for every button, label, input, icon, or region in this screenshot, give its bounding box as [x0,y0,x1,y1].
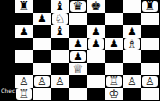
black-pawn: ♟ [19,26,28,37]
square-g8[interactable] [123,0,141,13]
square-h8[interactable]: ♜ [141,0,159,13]
black-pawn: ♟ [73,51,82,62]
square-d6[interactable] [69,25,87,38]
square-c8[interactable]: ♝ [51,0,69,13]
square-c2[interactable]: ♙ [51,75,69,88]
black-king: ♚ [91,0,102,12]
square-a5[interactable] [15,38,33,51]
black-pawn: ♟ [127,26,136,37]
square-c1[interactable] [51,88,69,101]
square-d2[interactable] [69,75,87,88]
chess-program-screen: ♜♝♛♚♜♟♘♟♝♟♟♟♟♟♗♟♕♙♙♙♖♙♙♖♔ Check [0,0,160,100]
square-d1[interactable] [69,88,87,101]
white-pawn: ♙ [37,76,46,87]
square-d4[interactable]: ♟ [69,50,87,63]
square-g2[interactable]: ♙ [123,75,141,88]
square-h5[interactable] [141,38,159,51]
white-pawn: ♙ [19,76,28,87]
square-f3[interactable] [105,63,123,76]
square-e4[interactable] [87,50,105,63]
square-b7[interactable]: ♟ [33,13,51,26]
square-b5[interactable] [33,38,51,51]
square-f8[interactable] [105,0,123,13]
square-h1[interactable] [141,88,159,101]
black-pawn: ♟ [91,26,100,37]
square-g4[interactable] [123,50,141,63]
square-b3[interactable] [33,63,51,76]
square-c5[interactable] [51,38,69,51]
status-margin [0,0,15,100]
white-bishop: ♗ [127,38,138,50]
square-b1[interactable] [33,88,51,101]
square-f7[interactable] [105,13,123,26]
square-e2[interactable] [87,75,105,88]
white-queen: ♕ [73,63,84,75]
square-f2[interactable]: ♖ [105,75,123,88]
square-c7[interactable]: ♘ [51,13,69,26]
square-a3[interactable] [15,63,33,76]
black-pawn: ♟ [37,13,46,24]
square-a6[interactable]: ♟ [15,25,33,38]
square-e8[interactable]: ♚ [87,0,105,13]
square-c3[interactable] [51,63,69,76]
square-b2[interactable]: ♙ [33,75,51,88]
black-pawn: ♟ [109,38,118,49]
square-f4[interactable] [105,50,123,63]
square-c6[interactable]: ♝ [51,25,69,38]
square-e3[interactable] [87,63,105,76]
square-c4[interactable] [51,50,69,63]
black-pawn: ♟ [73,38,82,49]
square-g3[interactable] [123,63,141,76]
white-pawn: ♙ [145,76,154,87]
black-bishop: ♝ [55,25,66,37]
square-a2[interactable]: ♙ [15,75,33,88]
white-knight: ♘ [55,13,66,25]
square-d5[interactable]: ♟ [69,38,87,51]
square-f5[interactable]: ♟ [105,38,123,51]
black-bishop: ♝ [55,0,66,12]
square-h2[interactable]: ♙ [141,75,159,88]
white-pawn: ♙ [127,76,136,87]
square-g1[interactable] [123,88,141,101]
square-h6[interactable] [141,25,159,38]
status-check-label: Check [1,88,19,94]
square-a1[interactable]: ♖ [15,88,33,101]
black-rook: ♜ [145,0,156,12]
square-b8[interactable] [33,0,51,13]
black-rook: ♜ [19,0,30,12]
square-f6[interactable] [105,25,123,38]
square-g5[interactable]: ♗ [123,38,141,51]
square-e5[interactable]: ♟ [87,38,105,51]
white-pawn: ♙ [55,76,64,87]
square-h3[interactable] [141,63,159,76]
square-h7[interactable] [141,13,159,26]
square-f1[interactable]: ♔ [105,88,123,101]
square-b6[interactable] [33,25,51,38]
square-g6[interactable]: ♟ [123,25,141,38]
black-queen: ♛ [73,0,84,12]
square-h4[interactable] [141,50,159,63]
chess-board: ♜♝♛♚♜♟♘♟♝♟♟♟♟♟♗♟♕♙♙♙♖♙♙♖♔ [15,0,159,100]
square-g7[interactable] [123,13,141,26]
square-e1[interactable] [87,88,105,101]
square-a4[interactable] [15,50,33,63]
square-d3[interactable]: ♕ [69,63,87,76]
white-rook: ♖ [109,75,120,87]
square-d7[interactable] [69,13,87,26]
square-a8[interactable]: ♜ [15,0,33,13]
white-king: ♔ [109,88,120,100]
square-e6[interactable]: ♟ [87,25,105,38]
square-d8[interactable]: ♛ [69,0,87,13]
white-rook: ♖ [19,88,30,100]
square-a7[interactable] [15,13,33,26]
square-b4[interactable] [33,50,51,63]
black-pawn: ♟ [91,38,100,49]
square-e7[interactable] [87,13,105,26]
